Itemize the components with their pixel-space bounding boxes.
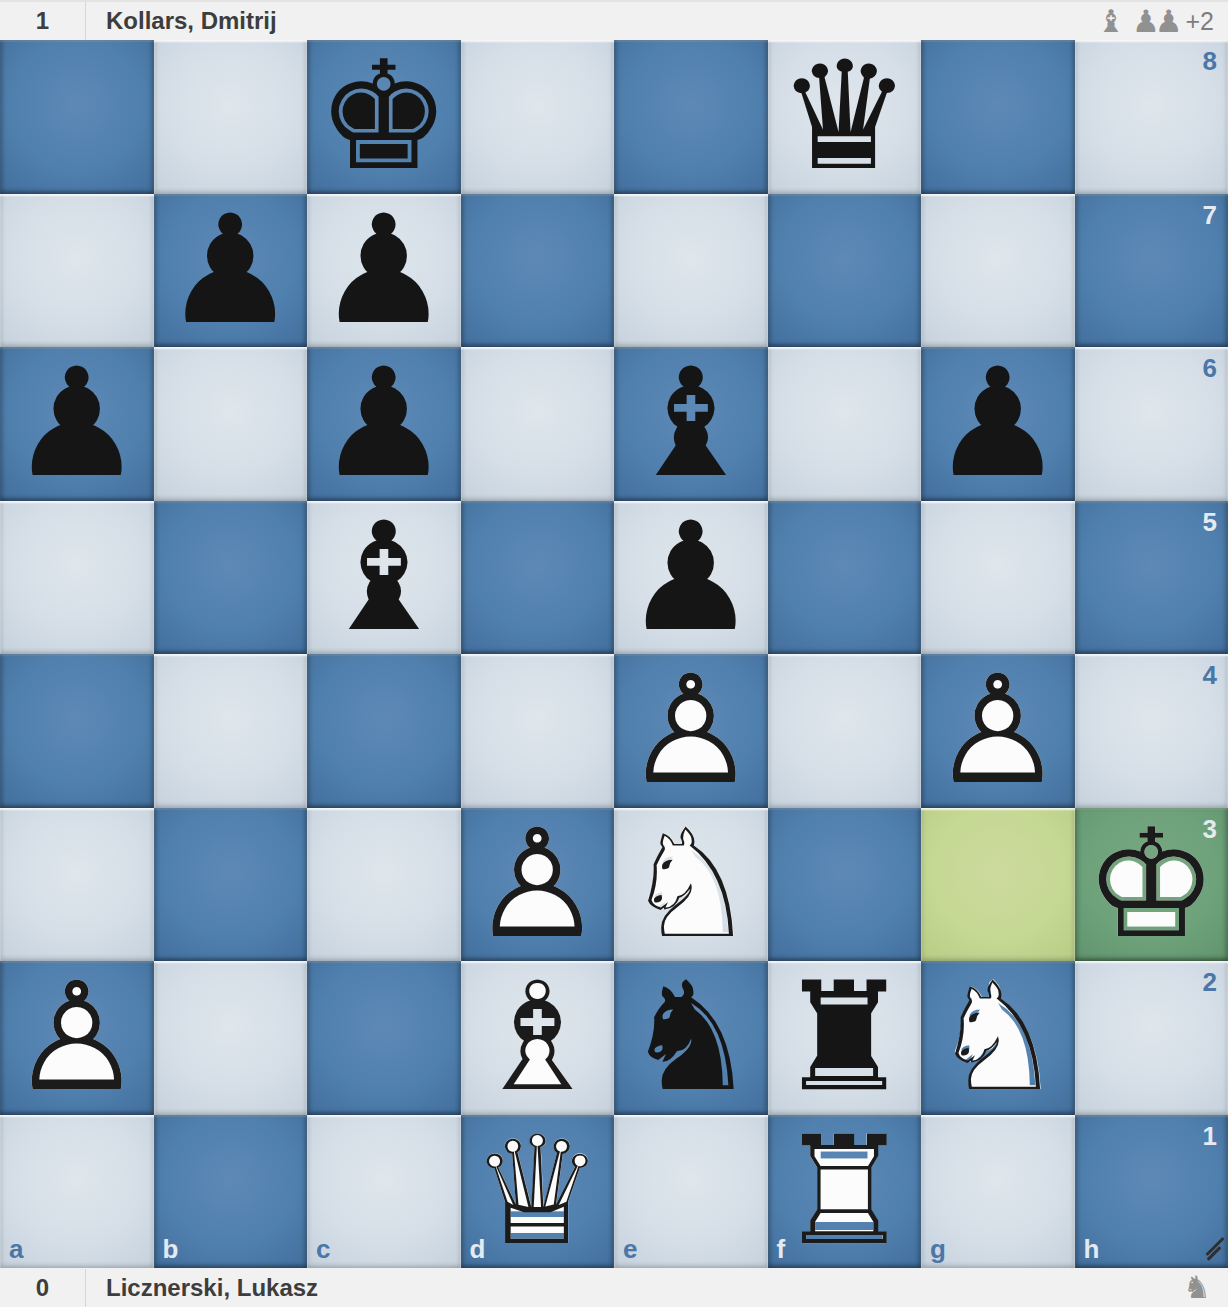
square-a1[interactable]: a: [0, 1115, 154, 1269]
piece-outline: ♘: [614, 808, 768, 962]
square-d5[interactable]: [461, 501, 615, 655]
square-d1[interactable]: ♛♕d: [461, 1115, 615, 1269]
square-f6[interactable]: [768, 347, 922, 501]
file-label-b: b: [163, 1236, 179, 1262]
square-a8[interactable]: [0, 40, 154, 194]
file-label-f: f: [777, 1236, 786, 1262]
square-e2[interactable]: ♞: [614, 961, 768, 1115]
file-label-a: a: [9, 1236, 23, 1262]
white-pawn[interactable]: ♟♙: [461, 808, 615, 962]
file-label-c: c: [316, 1236, 330, 1262]
rank-label-4: 4: [1203, 662, 1217, 688]
square-h7[interactable]: 7: [1075, 194, 1228, 348]
top-player-name: Kollars, Dmitrij: [86, 7, 277, 35]
black-knight[interactable]: ♞: [614, 961, 768, 1115]
square-g7[interactable]: [921, 194, 1075, 348]
square-f2[interactable]: ♜: [768, 961, 922, 1115]
square-b8[interactable]: [154, 40, 308, 194]
square-b5[interactable]: [154, 501, 308, 655]
top-captured-tray: ♝♟♟ +2: [1097, 6, 1228, 37]
black-pawn[interactable]: ♟: [154, 194, 308, 348]
square-c6[interactable]: ♟: [307, 347, 461, 501]
rank-label-6: 6: [1203, 355, 1217, 381]
bottom-player-score: 0: [0, 1269, 86, 1307]
square-c5[interactable]: ♝: [307, 501, 461, 655]
square-e4[interactable]: ♟♙: [614, 654, 768, 808]
white-knight[interactable]: ♞♘: [921, 961, 1075, 1115]
white-knight[interactable]: ♞♘: [614, 808, 768, 962]
rank-label-8: 8: [1203, 48, 1217, 74]
square-h6[interactable]: 6: [1075, 347, 1228, 501]
square-f4[interactable]: [768, 654, 922, 808]
square-a5[interactable]: [0, 501, 154, 655]
rank-label-1: 1: [1203, 1123, 1217, 1149]
square-g4[interactable]: ♟♙: [921, 654, 1075, 808]
square-c8[interactable]: ♚: [307, 40, 461, 194]
bottom-player-bar: 0 Licznerski, Lukasz ♞: [0, 1268, 1228, 1307]
piece-outline: ♖: [768, 1115, 922, 1269]
square-h8[interactable]: 8: [1075, 40, 1228, 194]
square-c2[interactable]: [307, 961, 461, 1115]
file-label-g: g: [930, 1236, 946, 1262]
square-a2[interactable]: ♟♙: [0, 961, 154, 1115]
black-queen[interactable]: ♛: [768, 40, 922, 194]
square-h5[interactable]: 5: [1075, 501, 1228, 655]
black-pawn[interactable]: ♟: [614, 501, 768, 655]
piece-outline: ♙: [0, 961, 154, 1115]
square-b3[interactable]: [154, 808, 308, 962]
piece-outline: ♙: [921, 654, 1075, 808]
square-f1[interactable]: ♜♖f: [768, 1115, 922, 1269]
square-g3[interactable]: [921, 808, 1075, 962]
captured-knight-icon: ♞: [1183, 1269, 1211, 1305]
piece-outline: ♙: [614, 654, 768, 808]
black-rook[interactable]: ♜: [768, 961, 922, 1115]
square-h4[interactable]: 4: [1075, 654, 1228, 808]
black-pawn[interactable]: ♟: [0, 347, 154, 501]
square-a7[interactable]: [0, 194, 154, 348]
rank-label-7: 7: [1203, 202, 1217, 228]
black-bishop[interactable]: ♝: [307, 501, 461, 655]
square-f5[interactable]: [768, 501, 922, 655]
square-d8[interactable]: [461, 40, 615, 194]
square-f7[interactable]: [768, 194, 922, 348]
square-e8[interactable]: [614, 40, 768, 194]
white-pawn[interactable]: ♟♙: [614, 654, 768, 808]
square-g6[interactable]: ♟: [921, 347, 1075, 501]
black-king[interactable]: ♚: [307, 40, 461, 194]
square-d2[interactable]: ♝♗: [461, 961, 615, 1115]
white-bishop[interactable]: ♝♗: [461, 961, 615, 1115]
square-h3[interactable]: ♚♔3: [1075, 808, 1228, 962]
square-c3[interactable]: [307, 808, 461, 962]
square-e6[interactable]: ♝: [614, 347, 768, 501]
rank-label-2: 2: [1203, 969, 1217, 995]
square-a3[interactable]: [0, 808, 154, 962]
square-e1[interactable]: e: [614, 1115, 768, 1269]
square-f3[interactable]: [768, 808, 922, 962]
rank-label-3: 3: [1203, 816, 1217, 842]
square-b2[interactable]: [154, 961, 308, 1115]
square-h2[interactable]: 2: [1075, 961, 1228, 1115]
square-d6[interactable]: [461, 347, 615, 501]
white-pawn[interactable]: ♟♙: [921, 654, 1075, 808]
file-label-h: h: [1084, 1236, 1100, 1262]
bottom-captured-tray: ♞: [1183, 1272, 1228, 1303]
square-e5[interactable]: ♟: [614, 501, 768, 655]
white-rook[interactable]: ♜♖: [768, 1115, 922, 1269]
square-a4[interactable]: [0, 654, 154, 808]
file-label-d: d: [470, 1236, 486, 1262]
square-e3[interactable]: ♞♘: [614, 808, 768, 962]
captured-pawn-icon: ♟: [1155, 3, 1183, 39]
square-g5[interactable]: [921, 501, 1075, 655]
square-b6[interactable]: [154, 347, 308, 501]
chess-board: ♚♛8♟♟7♟♟♝♟6♝♟5♟♙♟♙4♟♙♞♘♚♔3♟♙♝♗♞♜♞♘2abc♛♕…: [0, 40, 1228, 1268]
square-e7[interactable]: [614, 194, 768, 348]
square-c7[interactable]: ♟: [307, 194, 461, 348]
top-player-bar: 1 Kollars, Dmitrij ♝♟♟ +2: [0, 0, 1228, 40]
square-b1[interactable]: b: [154, 1115, 308, 1269]
square-g2[interactable]: ♞♘: [921, 961, 1075, 1115]
white-pawn[interactable]: ♟♙: [0, 961, 154, 1115]
piece-outline: ♙: [461, 808, 615, 962]
square-c4[interactable]: [307, 654, 461, 808]
square-h1[interactable]: h1: [1075, 1115, 1228, 1269]
square-g8[interactable]: [921, 40, 1075, 194]
square-a6[interactable]: ♟: [0, 347, 154, 501]
square-d7[interactable]: [461, 194, 615, 348]
piece-outline: ♘: [921, 961, 1075, 1115]
top-player-score: 1: [0, 2, 86, 40]
file-label-e: e: [623, 1236, 637, 1262]
square-d3[interactable]: ♟♙: [461, 808, 615, 962]
square-d4[interactable]: [461, 654, 615, 808]
captured-bishop-icon: ♝: [1097, 3, 1125, 39]
square-f8[interactable]: ♛: [768, 40, 922, 194]
square-g1[interactable]: g: [921, 1115, 1075, 1269]
black-pawn[interactable]: ♟: [921, 347, 1075, 501]
square-c1[interactable]: c: [307, 1115, 461, 1269]
material-advantage: +2: [1185, 7, 1214, 36]
board-resize-handle-icon[interactable]: [1198, 1238, 1224, 1264]
bottom-player-name: Licznerski, Lukasz: [86, 1274, 318, 1302]
square-b4[interactable]: [154, 654, 308, 808]
black-bishop[interactable]: ♝: [614, 347, 768, 501]
black-pawn[interactable]: ♟: [307, 194, 461, 348]
rank-label-5: 5: [1203, 509, 1217, 535]
black-pawn[interactable]: ♟: [307, 347, 461, 501]
square-b7[interactable]: ♟: [154, 194, 308, 348]
piece-outline: ♗: [461, 961, 615, 1115]
